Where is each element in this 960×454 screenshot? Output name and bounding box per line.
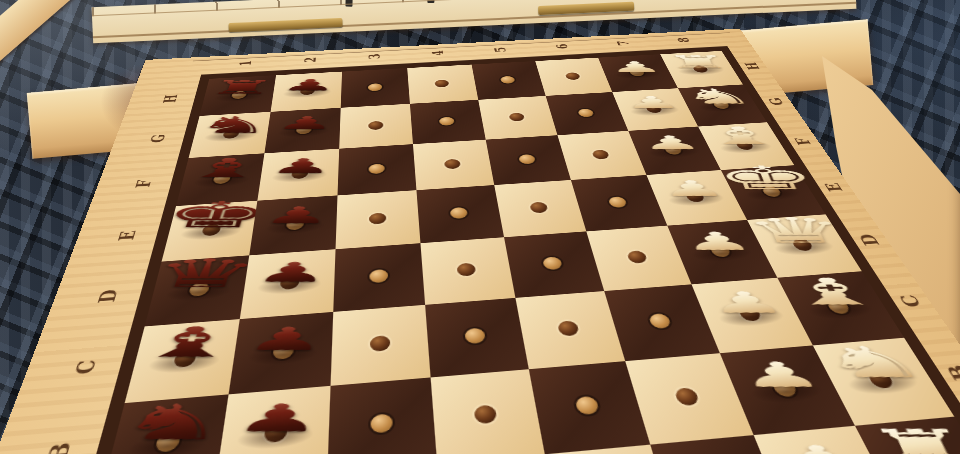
peg-hole: [368, 121, 383, 130]
square-g7[interactable]: ♟: [264, 108, 340, 154]
square-b4[interactable]: [529, 361, 650, 454]
peg-hole: [370, 335, 390, 352]
square-c5[interactable]: [425, 298, 529, 378]
peg-hole: [369, 212, 386, 224]
white-pawn-e2[interactable]: ♟: [658, 178, 729, 198]
peg-hole: [188, 282, 210, 297]
white-king-e1[interactable]: ♚: [711, 163, 823, 194]
square-e6[interactable]: [336, 190, 421, 249]
black-pawn-f7[interactable]: ♟: [267, 157, 335, 176]
square-h5[interactable]: [407, 65, 478, 104]
black-knight-g8[interactable]: ♞: [192, 114, 276, 136]
file-label-left-H: H: [159, 93, 182, 104]
square-e5[interactable]: [416, 185, 504, 243]
peg-hole: [557, 320, 580, 336]
white-pawn-c2[interactable]: ♟: [705, 289, 790, 317]
rank-label-7: 7: [613, 38, 634, 47]
peg-hole: [434, 79, 449, 87]
black-pawn-b7[interactable]: ♟: [231, 401, 325, 437]
file-label-left-G: G: [146, 132, 170, 145]
piece-shadow: [235, 422, 315, 452]
peg-hole: [771, 379, 799, 398]
square-c8[interactable]: ♝: [125, 319, 240, 403]
peg-hole: [500, 76, 515, 84]
square-h7[interactable]: ♟: [271, 72, 342, 112]
file-label-right-E: E: [819, 180, 849, 195]
square-b3[interactable]: [625, 353, 753, 444]
black-pawn-h7[interactable]: ♟: [279, 78, 339, 93]
square-a2[interactable]: ♟: [754, 426, 906, 454]
square-d6[interactable]: [333, 243, 425, 312]
peg-hole: [154, 432, 181, 453]
square-f4[interactable]: [486, 135, 571, 185]
board-scene: ♜♟♟♜♞♟♟♞♝♟♟♝♚♟♟♚♛♟♟♛♝♟♟♝♞♟♟♞♜♟♟♜ 1234567…: [0, 0, 960, 454]
black-bishop-f8[interactable]: ♝: [179, 156, 271, 181]
rank-label-3: 3: [366, 51, 384, 61]
white-queen-d1[interactable]: ♛: [740, 214, 854, 247]
board-grid: ♜♟♟♜♞♟♟♞♝♟♟♝♚♟♟♚♛♟♟♛♝♟♟♝♞♟♟♞♜♟♟♜: [48, 46, 960, 454]
square-b1[interactable]: ♞: [813, 338, 954, 426]
square-b8[interactable]: ♞: [101, 394, 229, 454]
peg-hole: [450, 207, 468, 219]
peg-hole: [542, 256, 563, 270]
peg-hole: [565, 72, 581, 80]
square-b2[interactable]: ♟: [720, 345, 855, 435]
travel-chess-set-photo: ♜♟♟♜♞♟♟♞♝♟♟♝♚♟♟♚♛♟♟♛♝♟♟♝♞♟♟♞♜♟♟♜ 1234567…: [0, 0, 960, 454]
square-a4[interactable]: [545, 445, 681, 454]
square-h8[interactable]: ♜: [200, 75, 276, 116]
peg-hole: [825, 299, 851, 314]
peg-hole: [474, 404, 498, 424]
black-pawn-g7[interactable]: ♟: [273, 115, 337, 132]
peg-hole: [608, 196, 628, 208]
square-c3[interactable]: [604, 284, 720, 361]
peg-hole: [444, 159, 461, 170]
white-rook-a1[interactable]: ♜: [860, 425, 960, 454]
peg-hole: [173, 350, 197, 368]
peg-hole: [626, 250, 648, 264]
piece-shadow: [715, 306, 788, 329]
black-rook-h8[interactable]: ♜: [204, 79, 278, 97]
white-pawn-a2[interactable]: ♟: [770, 442, 874, 454]
white-knight-g1[interactable]: ♞: [679, 87, 759, 107]
peg-hole: [648, 313, 672, 329]
white-knight-b1[interactable]: ♞: [813, 342, 935, 383]
black-pawn-c7[interactable]: ♟: [242, 324, 328, 354]
peg-hole: [577, 108, 594, 117]
piece-shadow: [246, 342, 318, 367]
piece-shadow: [163, 282, 232, 303]
piece-shadow: [747, 378, 827, 405]
file-label-right-G: G: [764, 96, 790, 108]
peg-hole: [518, 154, 536, 164]
file-label-right-H: H: [741, 61, 765, 71]
white-pawn-b2[interactable]: ♟: [734, 359, 828, 392]
black-pawn-d7[interactable]: ♟: [252, 260, 331, 286]
black-queen-d8[interactable]: ♛: [144, 255, 263, 292]
square-b7[interactable]: ♟: [215, 386, 330, 454]
peg-hole: [371, 413, 393, 433]
peg-hole: [369, 163, 385, 174]
peg-hole: [574, 396, 599, 415]
piece-shadow: [146, 350, 222, 375]
square-c4[interactable]: [515, 291, 625, 369]
peg-hole: [280, 275, 300, 290]
black-bishop-c8[interactable]: ♝: [131, 323, 248, 363]
peg-hole: [456, 263, 476, 277]
file-label-left-C: C: [68, 355, 103, 379]
square-b6[interactable]: [327, 377, 437, 454]
rank-label-4: 4: [428, 48, 447, 58]
peg-hole: [674, 387, 701, 406]
rank-label-2: 2: [301, 55, 320, 65]
peg-hole: [368, 83, 382, 91]
peg-hole: [737, 306, 762, 322]
peg-hole: [264, 422, 288, 443]
piece-shadow: [125, 431, 209, 454]
chess-board: ♜♟♟♜♞♟♟♞♝♟♟♝♚♟♟♚♛♟♟♛♝♟♟♝♞♟♟♞♜♟♟♜ 1234567…: [0, 29, 960, 454]
piece-shadow: [843, 370, 924, 397]
square-d1[interactable]: ♛: [747, 214, 862, 277]
peg-hole: [529, 202, 548, 214]
file-label-left-E: E: [113, 227, 142, 244]
square-c6[interactable]: [331, 305, 431, 386]
file-label-left-B: B: [39, 438, 78, 454]
file-label-left-D: D: [92, 286, 124, 306]
square-c7[interactable]: ♟: [229, 312, 334, 394]
white-pawn-f2[interactable]: ♟: [639, 134, 705, 152]
white-rook-h1[interactable]: ♜: [663, 54, 733, 70]
square-g6[interactable]: [339, 104, 413, 149]
square-d8[interactable]: ♛: [145, 255, 250, 326]
rank-label-5: 5: [491, 45, 511, 55]
peg-hole: [439, 117, 455, 126]
file-label-left-F: F: [130, 176, 156, 191]
square-a3[interactable]: [650, 435, 794, 454]
square-h6[interactable]: [341, 68, 410, 108]
white-bishop-f1[interactable]: ♝: [698, 124, 786, 147]
white-pawn-h2[interactable]: ♟: [607, 60, 665, 74]
square-g5[interactable]: [410, 100, 486, 144]
square-a1[interactable]: ♜: [855, 417, 960, 454]
rank-label-8: 8: [673, 35, 695, 44]
file-label-right-F: F: [789, 135, 817, 148]
square-g4[interactable]: [478, 96, 557, 140]
rank-label-6: 6: [552, 42, 572, 52]
white-pawn-d2[interactable]: ♟: [679, 230, 757, 254]
square-f5[interactable]: [413, 140, 494, 191]
square-h4[interactable]: [472, 61, 546, 100]
peg-hole: [272, 343, 294, 360]
square-g8[interactable]: ♞: [189, 112, 271, 158]
piece-shadow: [256, 275, 322, 296]
black-knight-b8[interactable]: ♞: [110, 400, 236, 446]
white-bishop-c1[interactable]: ♝: [777, 275, 890, 310]
peg-hole: [464, 328, 486, 345]
white-pawn-g2[interactable]: ♟: [622, 95, 684, 111]
peg-hole: [508, 112, 525, 121]
square-b5[interactable]: [431, 369, 545, 454]
square-f6[interactable]: [338, 144, 417, 195]
peg-hole: [866, 370, 896, 388]
square-d5[interactable]: [420, 237, 515, 305]
square-c1[interactable]: ♝: [777, 271, 904, 345]
black-king-e8[interactable]: ♚: [157, 198, 274, 232]
peg-hole: [369, 269, 388, 283]
peg-hole: [591, 149, 610, 159]
piece-shadow: [804, 299, 878, 321]
rank-label-1: 1: [235, 58, 255, 68]
